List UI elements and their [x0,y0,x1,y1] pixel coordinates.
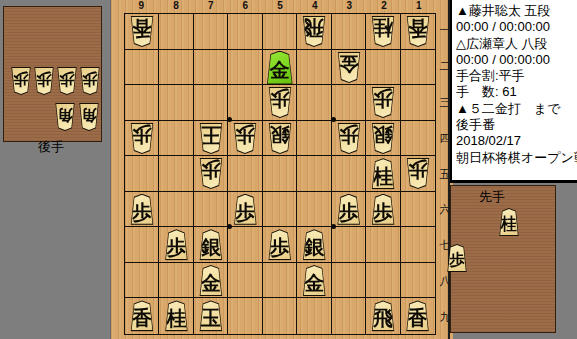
square-4-9[interactable] [297,298,331,334]
square-2-2[interactable] [366,50,400,86]
square-8-1[interactable] [159,14,193,50]
square-4-5[interactable] [297,156,331,192]
captured-piece-歩-gote[interactable]: 歩 [32,67,56,95]
piece-歩-gote[interactable]: 歩 [197,158,225,189]
piece-歩-gote[interactable]: 歩 [404,158,432,189]
piece-glyph: 王 [201,125,221,151]
piece-glyph: 歩 [449,248,465,268]
piece-glyph: 歩 [132,125,152,151]
square-2-9[interactable]: 飛 [366,298,400,334]
piece-glyph: 銀 [304,232,324,257]
piece-歩-sente[interactable]: 歩 [128,194,156,225]
square-5-5[interactable] [263,156,297,192]
square-9-3[interactable] [125,85,159,121]
side-to-move: 後手番 [456,117,577,133]
square-4-4[interactable] [297,121,331,157]
star-point [227,224,232,229]
piece-glyph: 歩 [235,197,255,222]
square-1-7[interactable] [401,227,435,263]
square-4-6[interactable] [297,192,331,228]
piece-glyph: 歩 [36,71,52,91]
piece-飛-gote[interactable]: 飛 [300,16,328,47]
square-1-2[interactable] [401,50,435,86]
shogi-board[interactable]: 香飛桂香金金歩歩歩王歩銀歩銀歩桂歩歩歩歩歩歩銀歩銀金金香桂玉飛香 [124,13,436,335]
square-9-8[interactable] [125,263,159,299]
square-7-7[interactable]: 銀 [194,227,228,263]
piece-飛-sente[interactable]: 飛 [369,300,397,331]
captured-piece-歩-gote[interactable]: 歩 [55,67,79,95]
piece-歩-gote[interactable]: 歩 [231,123,259,154]
piece-桂-sente[interactable]: 桂 [162,300,190,331]
piece-glyph: 歩 [132,197,152,222]
piece-glyph: 歩 [373,197,393,222]
piece-銀-sente[interactable]: 銀 [300,229,328,260]
gote-player-name: △広瀬章人 八段 [456,36,577,52]
square-6-8[interactable] [228,263,262,299]
square-1-8[interactable] [401,263,435,299]
file-label-3: 3 [332,0,367,12]
square-4-7[interactable]: 銀 [297,227,331,263]
piece-歩-sente[interactable]: 歩 [231,194,259,225]
piece-銀-gote[interactable]: 銀 [369,123,397,154]
square-9-1[interactable]: 香 [125,14,159,50]
square-2-5[interactable]: 桂 [366,156,400,192]
piece-glyph: 金 [304,268,324,293]
piece-歩-sente[interactable]: 歩 [369,194,397,225]
piece-glyph: 香 [408,303,428,328]
piece-歩-gote[interactable]: 歩 [369,87,397,118]
square-6-3[interactable] [228,85,262,121]
square-8-8[interactable] [159,263,193,299]
piece-glyph: 角 [81,107,97,127]
square-1-6[interactable] [401,192,435,228]
piece-glyph: 金 [201,268,221,293]
square-2-3[interactable]: 歩 [366,85,400,121]
piece-桂-sente[interactable]: 桂 [369,158,397,189]
square-6-2[interactable] [228,50,262,86]
piece-glyph: 歩 [59,71,75,91]
piece-glyph: 桂 [373,161,393,186]
square-2-6[interactable]: 歩 [366,192,400,228]
square-2-8[interactable] [366,263,400,299]
square-4-8[interactable]: 金 [297,263,331,299]
gote-tray-label: 後手 [38,138,64,156]
square-2-4[interactable]: 銀 [366,121,400,157]
square-6-5[interactable] [228,156,262,192]
piece-glyph: 歩 [166,232,186,257]
piece-歩-sente[interactable]: 歩 [266,229,294,260]
square-2-7[interactable] [366,227,400,263]
piece-glyph: 桂 [373,19,393,45]
square-4-2[interactable] [297,50,331,86]
square-3-1[interactable] [332,14,366,50]
square-7-1[interactable] [194,14,228,50]
square-1-1[interactable]: 香 [401,14,435,50]
piece-glyph: 金 [339,54,359,80]
square-7-6[interactable] [194,192,228,228]
square-8-5[interactable] [159,156,193,192]
handicap-label: 手合割:平手 [456,68,577,84]
piece-glyph: 銀 [270,125,290,151]
piece-glyph: 銀 [201,232,221,257]
file-label-2: 2 [367,0,402,12]
last-move-text: ▲５二金打 まで [456,101,577,117]
square-9-4[interactable]: 歩 [125,121,159,157]
file-label-6: 6 [228,0,263,12]
star-point [227,117,232,122]
captured-piece-歩-gote[interactable]: 歩 [9,67,33,95]
piece-glyph: 角 [57,107,73,127]
square-6-1[interactable] [228,14,262,50]
piece-glyph: 歩 [373,90,393,116]
square-5-9[interactable] [263,298,297,334]
square-3-3[interactable] [332,85,366,121]
square-6-9[interactable] [228,298,262,334]
square-9-9[interactable]: 香 [125,298,159,334]
square-1-4[interactable] [401,121,435,157]
piece-金-sente[interactable]: 金 [197,265,225,296]
piece-glyph: 歩 [13,71,29,91]
piece-glyph: 香 [408,19,428,45]
piece-歩-sente[interactable]: 歩 [335,194,363,225]
square-1-3[interactable] [401,85,435,121]
board-wood-panel: 987654321 一二三四五六七八九 香飛桂香金金歩歩歩王歩銀歩銀歩桂歩歩歩歩… [110,0,453,339]
square-3-7[interactable] [332,227,366,263]
piece-glyph: 歩 [201,161,221,187]
captured-piece-角-gote[interactable]: 角 [77,103,101,131]
sente-player-name: ▲藤井聡太 五段 [456,3,577,19]
captured-piece-歩-gote[interactable]: 歩 [78,67,102,95]
square-5-1[interactable] [263,14,297,50]
square-5-7[interactable]: 歩 [263,227,297,263]
star-point [331,224,336,229]
square-7-4[interactable]: 王 [194,121,228,157]
square-4-1[interactable]: 飛 [297,14,331,50]
gote-captured-tray: 歩歩歩歩角角 [3,6,102,142]
square-6-7[interactable] [228,227,262,263]
square-8-6[interactable] [159,192,193,228]
shogi-app-window: { "game": "shogi", "position": { "sfen":… [0,0,577,339]
piece-金-gote[interactable]: 金 [335,52,363,83]
square-9-5[interactable] [125,156,159,192]
piece-香-gote[interactable]: 香 [404,16,432,47]
square-3-2[interactable]: 金 [332,50,366,86]
square-8-9[interactable]: 桂 [159,298,193,334]
piece-glyph: 香 [132,19,152,45]
square-3-4[interactable]: 歩 [332,121,366,157]
gote-clock: 00:00 / 00:00:00 [456,52,577,68]
piece-glyph: 玉 [201,303,221,328]
square-8-7[interactable]: 歩 [159,227,193,263]
square-3-9[interactable] [332,298,366,334]
info-panel: ▲藤井聡太 五段 00:00 / 00:00:00 △広瀬章人 八段 00:00… [450,0,577,183]
square-5-3[interactable]: 歩 [263,85,297,121]
square-5-4[interactable]: 銀 [263,121,297,157]
square-5-8[interactable] [263,263,297,299]
square-4-3[interactable] [297,85,331,121]
file-label-4: 4 [297,0,332,12]
piece-glyph: 歩 [339,125,359,151]
square-8-2[interactable] [159,50,193,86]
piece-香-sente[interactable]: 香 [128,300,156,331]
piece-王-gote[interactable]: 王 [197,123,225,154]
piece-glyph: 金 [270,55,290,80]
piece-金-sente-lastmove[interactable]: 金 [264,51,296,85]
piece-銀-gote[interactable]: 銀 [266,123,294,154]
move-count: 手 数: 61 [456,84,577,100]
file-label-8: 8 [159,0,194,12]
sente-captured-tray: 先手 桂歩 [450,185,556,333]
piece-glyph: 銀 [373,125,393,151]
file-label-1: 1 [401,0,436,12]
piece-銀-sente[interactable]: 銀 [197,229,225,260]
piece-glyph: 飛 [304,19,324,45]
square-7-2[interactable] [194,50,228,86]
captured-piece-桂-sente[interactable]: 桂 [497,208,521,236]
piece-glyph: 歩 [270,90,290,116]
piece-glyph: 歩 [270,232,290,257]
captured-piece-角-gote[interactable]: 角 [53,103,77,131]
piece-glyph: 飛 [373,303,393,328]
piece-金-sente[interactable]: 金 [300,265,328,296]
piece-歩-sente[interactable]: 歩 [162,229,190,260]
square-6-4[interactable]: 歩 [228,121,262,157]
square-5-2[interactable]: 金 [263,50,297,86]
square-9-2[interactable] [125,50,159,86]
piece-glyph: 歩 [408,161,428,187]
file-labels: 987654321 [124,0,436,12]
file-label-7: 7 [193,0,228,12]
piece-玉-sente[interactable]: 玉 [197,300,225,331]
square-8-3[interactable] [159,85,193,121]
piece-glyph: 歩 [82,71,98,91]
square-6-6[interactable]: 歩 [228,192,262,228]
piece-香-gote[interactable]: 香 [128,16,156,47]
game-date: 2018/02/17 [456,133,577,149]
panel-divider [448,0,450,339]
piece-glyph: 歩 [235,125,255,151]
square-9-6[interactable]: 歩 [125,192,159,228]
sente-clock: 00:00 / 00:00:00 [456,19,577,35]
square-5-6[interactable] [263,192,297,228]
file-label-9: 9 [124,0,159,12]
piece-glyph: 歩 [339,197,359,222]
piece-glyph: 桂 [166,303,186,328]
piece-歩-gote[interactable]: 歩 [335,123,363,154]
tournament-name: 朝日杯将棋オープン戦 [456,150,577,166]
piece-glyph: 香 [132,303,152,328]
piece-桂-gote[interactable]: 桂 [369,16,397,47]
star-point [331,117,336,122]
square-7-3[interactable] [194,85,228,121]
piece-香-sente[interactable]: 香 [404,300,432,331]
piece-歩-gote[interactable]: 歩 [266,87,294,118]
square-7-8[interactable]: 金 [194,263,228,299]
piece-歩-gote[interactable]: 歩 [128,123,156,154]
piece-glyph: 桂 [501,212,517,232]
square-8-4[interactable] [159,121,193,157]
square-7-9[interactable]: 玉 [194,298,228,334]
square-9-7[interactable] [125,227,159,263]
sente-tray-label: 先手 [479,188,505,206]
square-3-5[interactable] [332,156,366,192]
square-2-1[interactable]: 桂 [366,14,400,50]
file-label-5: 5 [263,0,298,12]
square-1-5[interactable]: 歩 [401,156,435,192]
square-7-5[interactable]: 歩 [194,156,228,192]
square-1-9[interactable]: 香 [401,298,435,334]
square-3-6[interactable]: 歩 [332,192,366,228]
square-3-8[interactable] [332,263,366,299]
